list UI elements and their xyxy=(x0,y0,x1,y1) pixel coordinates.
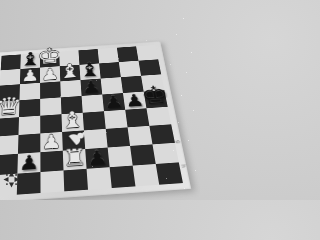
square-b3 xyxy=(18,133,40,153)
piece-bP-b2: ♟ xyxy=(19,152,40,173)
square-g5: ♟ xyxy=(123,92,146,110)
square-f5: ♟ xyxy=(102,93,125,111)
square-e1 xyxy=(87,167,112,190)
square-a6 xyxy=(0,84,20,102)
board-tilt-wrapper: ♝♚♟♟♝♝♟♛♟♟♚♝♟♟♟♜♟ gh xyxy=(0,0,191,200)
chess-board: ♝♚♟♟♝♝♟♛♟♟♚♝♟♟♟♜♟ xyxy=(0,45,183,196)
square-d2: ♜ xyxy=(63,149,87,170)
square-g1 xyxy=(133,164,160,186)
square-b7: ♟ xyxy=(20,68,40,85)
square-c2 xyxy=(40,151,63,172)
square-g8 xyxy=(117,46,139,62)
square-d3: ♟ xyxy=(62,130,85,150)
square-h7 xyxy=(139,59,162,75)
piece-bP-e2: ♟ xyxy=(86,148,108,169)
square-a4 xyxy=(0,117,19,136)
piece-bP-e6: ♟ xyxy=(82,79,102,96)
piece-bP-f5: ♟ xyxy=(103,93,124,111)
square-e7: ♝ xyxy=(79,63,100,80)
piece-wP-c3: ♟ xyxy=(41,132,61,152)
square-e8 xyxy=(78,49,99,65)
square-a8 xyxy=(1,54,21,70)
square-h5: ♚ xyxy=(144,90,168,108)
square-h2 xyxy=(152,143,178,164)
square-a7 xyxy=(0,69,20,86)
square-e3 xyxy=(84,129,108,149)
square-a5: ♛ xyxy=(0,100,19,118)
square-c6 xyxy=(40,81,61,98)
square-c4 xyxy=(40,114,62,133)
square-d7: ♝ xyxy=(60,65,81,82)
square-h6 xyxy=(141,74,164,91)
square-b1 xyxy=(17,172,41,195)
square-h3 xyxy=(149,124,175,144)
square-c8: ♚ xyxy=(40,52,60,68)
square-a3 xyxy=(0,135,18,155)
square-d8 xyxy=(59,50,79,66)
square-f6 xyxy=(101,77,123,94)
square-g6 xyxy=(121,76,144,93)
square-e2: ♟ xyxy=(85,148,109,169)
square-b5 xyxy=(19,99,40,117)
square-f4 xyxy=(104,110,128,129)
square-f3 xyxy=(106,127,130,147)
square-c5 xyxy=(40,97,61,115)
square-f1 xyxy=(110,166,136,188)
square-e6: ♟ xyxy=(80,79,102,96)
square-b4 xyxy=(18,116,40,135)
square-g7 xyxy=(119,61,141,77)
square-h1 xyxy=(156,162,183,184)
square-f8 xyxy=(98,48,119,64)
square-d6 xyxy=(60,80,81,97)
square-f7 xyxy=(99,62,121,79)
square-g3 xyxy=(128,126,153,146)
board-photo: ♝♚♟♟♝♝♟♛♟♟♚♝♟♟♟♜♟ gh xyxy=(0,0,200,200)
compass-icon xyxy=(3,171,20,188)
piece-wP-c7: ♟ xyxy=(41,66,59,82)
piece-wR-d2: ♜ xyxy=(62,146,87,171)
piece-wP-b7: ♟ xyxy=(21,68,39,85)
piece-bP-g5: ♟ xyxy=(124,92,145,110)
square-c7: ♟ xyxy=(40,66,60,83)
square-g4 xyxy=(125,108,149,127)
square-d5 xyxy=(61,96,83,114)
square-d1 xyxy=(64,169,88,192)
square-c3: ♟ xyxy=(40,132,62,152)
square-e4 xyxy=(83,111,106,130)
square-c1 xyxy=(40,170,64,193)
square-b6 xyxy=(19,83,40,100)
square-f2 xyxy=(108,146,133,167)
square-d4: ♝ xyxy=(61,113,83,132)
square-g2 xyxy=(130,144,156,165)
edge-label-h: h xyxy=(180,164,186,168)
square-b2: ♟ xyxy=(17,152,40,173)
square-b8: ♝ xyxy=(20,53,40,69)
square-h8 xyxy=(136,45,158,61)
board-mat: ♝♚♟♟♝♝♟♛♟♟♚♝♟♟♟♜♟ gh xyxy=(0,41,191,200)
square-e5 xyxy=(82,94,104,112)
square-h4 xyxy=(146,107,171,126)
edge-label-g: g xyxy=(175,140,181,143)
piece-bB-b8: ♝ xyxy=(19,49,41,69)
